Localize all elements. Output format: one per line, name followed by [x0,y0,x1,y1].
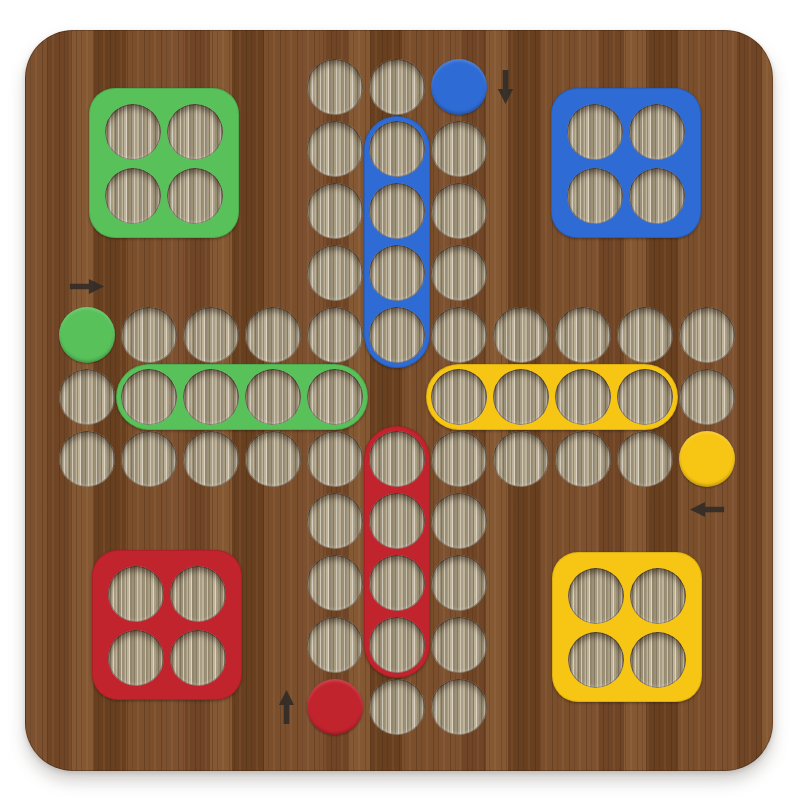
blue-direction-arrow [485,67,525,107]
green-base-hole-4[interactable] [167,168,223,224]
yellow-home-hole-r6c9[interactable] [555,369,611,425]
red-home-hole-r7c6[interactable] [369,431,425,487]
track-hole-r5c11[interactable] [679,307,735,363]
blue-base-hole-4[interactable] [629,168,685,224]
track-hole-r7c3[interactable] [183,431,239,487]
green-base-hole-1[interactable] [105,104,161,160]
red-base-hole-2[interactable] [170,566,226,622]
green-home-hole-r6c5[interactable] [307,369,363,425]
red-base-hole-3[interactable] [108,630,164,686]
green-base [89,88,239,238]
track-hole-r5c9[interactable] [555,307,611,363]
yellow-start-disc[interactable] [679,431,735,487]
green-home-hole-r6c4[interactable] [245,369,301,425]
red-home-hole-r9c6[interactable] [369,555,425,611]
track-hole-r2c7[interactable] [431,121,487,177]
track-hole-r7c7[interactable] [431,431,487,487]
track-hole-r5c2[interactable] [121,307,177,363]
track-hole-r5c10[interactable] [617,307,673,363]
track-hole-r5c4[interactable] [245,307,301,363]
track-hole-r1c6[interactable] [369,59,425,115]
track-hole-r6c1[interactable] [59,369,115,425]
track-hole-r8c5[interactable] [307,493,363,549]
track-hole-r1c5[interactable] [307,59,363,115]
track-hole-r7c5[interactable] [307,431,363,487]
red-home-hole-r10c6[interactable] [369,617,425,673]
blue-base [551,88,701,238]
blue-home-hole-r3c6[interactable] [369,183,425,239]
ludo-board [25,30,773,771]
track-hole-r4c5[interactable] [307,245,363,301]
track-hole-r7c8[interactable] [493,431,549,487]
green-base-hole-3[interactable] [105,168,161,224]
red-home-hole-r8c6[interactable] [369,493,425,549]
yellow-base-hole-4[interactable] [630,632,686,688]
blue-base-hole-1[interactable] [567,104,623,160]
blue-start-disc[interactable] [431,59,487,115]
green-home-hole-r6c2[interactable] [121,369,177,425]
track-hole-r9c5[interactable] [307,555,363,611]
green-direction-arrow [67,267,107,307]
yellow-base-hole-1[interactable] [568,568,624,624]
track-hole-r4c7[interactable] [431,245,487,301]
track-hole-r11c7[interactable] [431,679,487,735]
track-hole-r5c5[interactable] [307,307,363,363]
red-base-hole-4[interactable] [170,630,226,686]
track-hole-r7c4[interactable] [245,431,301,487]
yellow-direction-arrow [687,489,727,529]
blue-home-hole-r4c6[interactable] [369,245,425,301]
track-hole-r5c7[interactable] [431,307,487,363]
red-start-disc[interactable] [307,679,363,735]
yellow-base-hole-3[interactable] [568,632,624,688]
blue-base-hole-3[interactable] [567,168,623,224]
track-hole-r2c5[interactable] [307,121,363,177]
yellow-base [552,552,702,702]
track-hole-r6c11[interactable] [679,369,735,425]
green-base-hole-2[interactable] [167,104,223,160]
track-hole-r10c5[interactable] [307,617,363,673]
yellow-home-hole-r6c10[interactable] [617,369,673,425]
red-base [92,550,242,700]
track-hole-r3c5[interactable] [307,183,363,239]
photo-background [0,0,800,800]
blue-home-hole-r5c6[interactable] [369,307,425,363]
track-hole-r7c2[interactable] [121,431,177,487]
yellow-home-hole-r6c8[interactable] [493,369,549,425]
track-hole-r8c7[interactable] [431,493,487,549]
yellow-base-hole-2[interactable] [630,568,686,624]
green-home-hole-r6c3[interactable] [183,369,239,425]
blue-base-hole-2[interactable] [629,104,685,160]
track-hole-r5c8[interactable] [493,307,549,363]
track-hole-r5c3[interactable] [183,307,239,363]
red-direction-arrow [267,687,307,727]
green-start-disc[interactable] [59,307,115,363]
red-base-hole-1[interactable] [108,566,164,622]
track-hole-r7c10[interactable] [617,431,673,487]
track-hole-r11c6[interactable] [369,679,425,735]
yellow-home-hole-r6c7[interactable] [431,369,487,425]
blue-home-hole-r2c6[interactable] [369,121,425,177]
track-hole-r7c9[interactable] [555,431,611,487]
track-hole-r9c7[interactable] [431,555,487,611]
track-hole-r7c1[interactable] [59,431,115,487]
track-hole-r10c7[interactable] [431,617,487,673]
track-hole-r3c7[interactable] [431,183,487,239]
